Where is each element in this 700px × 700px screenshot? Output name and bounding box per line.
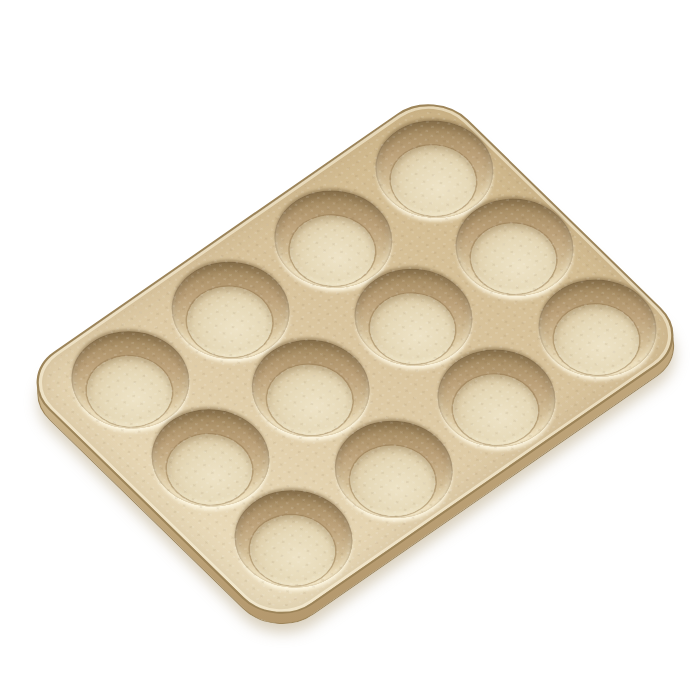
cup-well-bottom	[233, 501, 353, 600]
product-photo-muffin-pan	[0, 0, 700, 700]
cup-well-bottom	[436, 360, 556, 459]
cup-well-bottom	[537, 290, 657, 389]
cup-well-bottom	[333, 431, 453, 530]
muffin-pan	[16, 88, 694, 631]
pan-top-surface	[16, 88, 694, 631]
